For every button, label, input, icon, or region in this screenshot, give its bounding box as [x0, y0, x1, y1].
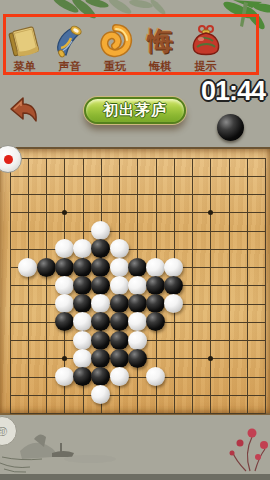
hint-button[interactable]: 提示: [184, 17, 227, 72]
stone-black: [73, 294, 92, 313]
stone-white: [91, 294, 110, 313]
stone-black: [110, 294, 129, 313]
stone-black: [55, 312, 74, 331]
black-turn-indicator-stone: [217, 114, 244, 141]
hint-red-pouch-icon: [188, 22, 224, 60]
stone-black: [128, 258, 147, 277]
stone-black: [128, 294, 147, 313]
level-banner-text: 初出茅庐: [103, 101, 167, 120]
menu-scroll-icon: [7, 22, 43, 60]
stone-black: [91, 239, 110, 258]
stone-white: [73, 312, 92, 331]
hint-label: 提示: [195, 60, 217, 72]
stone-white: [146, 367, 165, 386]
stone-white: [110, 239, 129, 258]
stone-black: [73, 367, 92, 386]
stone-black: [91, 258, 110, 277]
stone-white: [55, 367, 74, 386]
red-dot: [4, 155, 13, 164]
star-point: [208, 356, 213, 361]
stone-black: [91, 276, 110, 295]
stone-white: [128, 312, 147, 331]
stone-black: [55, 258, 74, 277]
stone-white: [110, 258, 129, 277]
grid-line-h: [10, 395, 267, 396]
stone-white: [128, 331, 147, 350]
stone-black: [37, 258, 56, 277]
stone-white: [164, 294, 183, 313]
menu-button[interactable]: 菜单: [3, 17, 46, 72]
replay-label: 重玩: [104, 60, 126, 72]
gomoku-app: { "game": "Gomoku (五子棋 / five-in-a-row) …: [0, 0, 270, 480]
stone-white: [73, 239, 92, 258]
stone-white: [164, 258, 183, 277]
stone-black: [110, 312, 129, 331]
stone-white: [55, 294, 74, 313]
corner-seal-decoration: ㊞: [0, 416, 17, 446]
seal-glyph: ㊞: [0, 424, 8, 439]
stone-white: [128, 276, 147, 295]
stone-white: [110, 276, 129, 295]
stone-black: [110, 349, 129, 368]
level-banner: 初出茅庐: [84, 97, 186, 124]
stone-black: [128, 349, 147, 368]
stone-white: [91, 385, 110, 404]
stone-black: [110, 331, 129, 350]
back-button[interactable]: [8, 94, 40, 126]
stone-white: [73, 331, 92, 350]
grid-line-v: [247, 158, 248, 415]
stone-white: [110, 367, 129, 386]
star-point: [208, 210, 213, 215]
menu-label: 菜单: [14, 60, 36, 72]
stone-white: [18, 258, 37, 277]
undo-hui-character-icon: 悔: [142, 22, 178, 60]
grid-line-h: [10, 377, 267, 378]
stone-black: [91, 331, 110, 350]
stone-black: [164, 276, 183, 295]
stone-black: [73, 276, 92, 295]
stone-black: [91, 367, 110, 386]
star-point: [62, 356, 67, 361]
stone-white: [55, 276, 74, 295]
back-arrow-icon: [8, 94, 40, 126]
bottom-bar: [0, 474, 270, 480]
replay-swirl-icon: [97, 22, 133, 60]
star-point: [62, 210, 67, 215]
stone-black: [146, 276, 165, 295]
undo-button[interactable]: 悔 悔棋: [139, 17, 182, 72]
sound-button[interactable]: 声音: [48, 17, 91, 72]
grid-line-v: [265, 158, 266, 415]
stone-black: [146, 312, 165, 331]
sound-label: 声音: [59, 60, 81, 72]
undo-label: 悔棋: [149, 60, 171, 72]
board[interactable]: [0, 147, 270, 415]
stone-black: [91, 312, 110, 331]
stone-white: [146, 258, 165, 277]
stone-white: [55, 239, 74, 258]
stone-white: [91, 221, 110, 240]
toolbar: 菜单 声音 重玩 悔 悔棋: [3, 17, 227, 72]
ink-painting-decoration: [0, 413, 270, 474]
stone-black: [73, 258, 92, 277]
grid-line-h: [10, 413, 267, 414]
stone-black: [146, 294, 165, 313]
stone-black: [91, 349, 110, 368]
sound-horn-icon: [52, 22, 88, 60]
replay-button[interactable]: 重玩: [94, 17, 137, 72]
timer: 01:44: [201, 76, 265, 107]
stone-white: [73, 349, 92, 368]
